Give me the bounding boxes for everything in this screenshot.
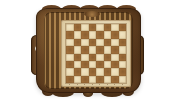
square-e4 bbox=[96, 54, 104, 61]
square-c3 bbox=[81, 61, 89, 68]
square-h3 bbox=[119, 61, 127, 68]
square-g7 bbox=[111, 31, 119, 38]
square-a1 bbox=[66, 76, 74, 83]
margin-mark-dot bbox=[99, 84, 100, 85]
square-e6 bbox=[96, 39, 104, 46]
square-d8 bbox=[89, 24, 97, 31]
carved-ornament-band bbox=[44, 12, 133, 89]
square-e3 bbox=[96, 61, 104, 68]
square-h1 bbox=[119, 76, 127, 83]
square-d3 bbox=[89, 61, 97, 68]
square-c1 bbox=[81, 76, 89, 83]
square-g4 bbox=[111, 54, 119, 61]
square-f8 bbox=[104, 24, 112, 31]
square-d6 bbox=[89, 39, 97, 46]
square-b1 bbox=[74, 76, 82, 83]
square-h4 bbox=[119, 54, 127, 61]
margin-mark-dot bbox=[84, 84, 85, 85]
square-b5 bbox=[74, 46, 82, 53]
square-d4 bbox=[89, 54, 97, 61]
square-h7 bbox=[119, 31, 127, 38]
margin-mark-dot bbox=[122, 84, 123, 85]
square-g8 bbox=[111, 24, 119, 31]
square-c5 bbox=[81, 46, 89, 53]
square-f7 bbox=[104, 31, 112, 38]
square-b8 bbox=[74, 24, 82, 31]
square-b3 bbox=[74, 61, 82, 68]
square-c6 bbox=[81, 39, 89, 46]
margin-mark-dot bbox=[77, 84, 78, 85]
square-c7 bbox=[81, 31, 89, 38]
square-b2 bbox=[74, 68, 82, 75]
square-g2 bbox=[111, 68, 119, 75]
square-d5 bbox=[89, 46, 97, 53]
square-c4 bbox=[81, 54, 89, 61]
square-e2 bbox=[96, 68, 104, 75]
square-f5 bbox=[104, 46, 112, 53]
square-a5 bbox=[66, 46, 74, 53]
square-h2 bbox=[119, 68, 127, 75]
square-a3 bbox=[66, 61, 74, 68]
carved-wooden-chess-set bbox=[36, 8, 141, 93]
square-e7 bbox=[96, 31, 104, 38]
square-e1 bbox=[96, 76, 104, 83]
margin-mark-dot bbox=[114, 84, 115, 85]
square-h6 bbox=[119, 39, 127, 46]
square-h8 bbox=[119, 24, 127, 31]
square-f4 bbox=[104, 54, 112, 61]
square-b7 bbox=[74, 31, 82, 38]
square-f3 bbox=[104, 61, 112, 68]
square-d2 bbox=[89, 68, 97, 75]
top-crest-medallion bbox=[84, 11, 100, 17]
square-h5 bbox=[119, 46, 127, 53]
square-g5 bbox=[111, 46, 119, 53]
square-d1 bbox=[89, 76, 97, 83]
chess-board bbox=[66, 24, 126, 83]
square-f6 bbox=[104, 39, 112, 46]
square-f1 bbox=[104, 76, 112, 83]
square-e8 bbox=[96, 24, 104, 31]
square-d7 bbox=[89, 31, 97, 38]
square-g6 bbox=[111, 39, 119, 46]
margin-mark-dot bbox=[107, 84, 108, 85]
square-a8 bbox=[66, 24, 74, 31]
square-c2 bbox=[81, 68, 89, 75]
carved-margin-marks bbox=[66, 84, 126, 86]
product-photo-scene bbox=[0, 0, 175, 105]
square-e5 bbox=[96, 46, 104, 53]
square-g3 bbox=[111, 61, 119, 68]
square-a7 bbox=[66, 31, 74, 38]
square-f2 bbox=[104, 68, 112, 75]
square-g1 bbox=[111, 76, 119, 83]
square-c8 bbox=[81, 24, 89, 31]
square-b6 bbox=[74, 39, 82, 46]
board-panel bbox=[61, 20, 131, 87]
square-a2 bbox=[66, 68, 74, 75]
square-b4 bbox=[74, 54, 82, 61]
square-a4 bbox=[66, 54, 74, 61]
margin-mark-dot bbox=[69, 84, 70, 85]
square-a6 bbox=[66, 39, 74, 46]
margin-mark-dot bbox=[92, 84, 93, 85]
